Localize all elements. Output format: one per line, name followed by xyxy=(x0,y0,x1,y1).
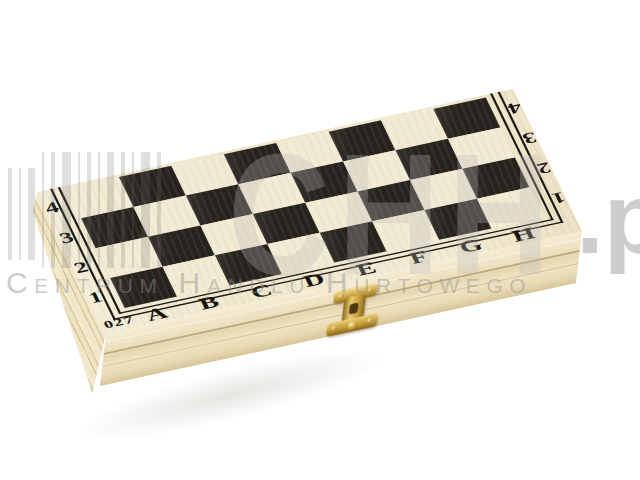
watermark-logo-suffix: .pl xyxy=(576,168,640,268)
barcode-bar xyxy=(8,168,12,260)
barcode-bar xyxy=(19,168,21,260)
brass-clasp-icon xyxy=(325,282,383,341)
product-code-label: 027 xyxy=(102,313,137,331)
product-photo-chess-box: 4321 4321 ABCDEFGH 027 CHH .pl Centrum H… xyxy=(0,0,640,480)
